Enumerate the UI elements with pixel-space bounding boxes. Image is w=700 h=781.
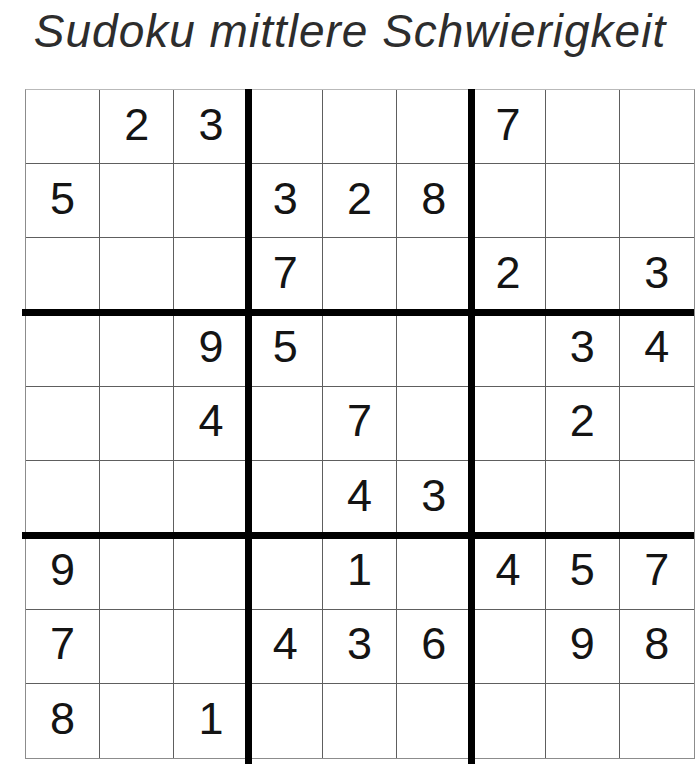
sudoku-page: Sudoku mittlere Schwierigkeit 2375328723… <box>0 0 700 781</box>
box-separator-horizontal-1 <box>22 309 694 316</box>
cell-r5c7[interactable] <box>471 387 545 461</box>
cell-r8c3[interactable] <box>174 610 248 684</box>
cell-r4c7[interactable] <box>471 313 545 387</box>
cell-r1c5[interactable] <box>323 90 397 164</box>
cell-r5c3[interactable]: 4 <box>174 387 248 461</box>
cell-r3c7[interactable]: 2 <box>471 238 545 312</box>
cell-r7c2[interactable] <box>100 535 174 609</box>
cell-r2c2[interactable] <box>100 164 174 238</box>
cell-r3c5[interactable] <box>323 238 397 312</box>
cell-r5c6[interactable] <box>397 387 471 461</box>
box-separator-vertical-1 <box>245 89 252 764</box>
cell-r2c6[interactable]: 8 <box>397 164 471 238</box>
cell-r5c1[interactable] <box>26 387 100 461</box>
cell-r6c1[interactable] <box>26 461 100 535</box>
cell-r9c3[interactable]: 1 <box>174 684 248 758</box>
cell-r1c7[interactable]: 7 <box>471 90 545 164</box>
cell-r7c5[interactable]: 1 <box>323 535 397 609</box>
cell-r7c3[interactable] <box>174 535 248 609</box>
cell-r7c4[interactable] <box>249 535 323 609</box>
cell-r9c4[interactable] <box>249 684 323 758</box>
cell-r3c6[interactable] <box>397 238 471 312</box>
cell-r8c5[interactable]: 3 <box>323 610 397 684</box>
cell-r4c4[interactable]: 5 <box>249 313 323 387</box>
cell-r6c6[interactable]: 3 <box>397 461 471 535</box>
cell-r9c2[interactable] <box>100 684 174 758</box>
cell-r1c4[interactable] <box>249 90 323 164</box>
cell-r9c5[interactable] <box>323 684 397 758</box>
cell-r3c9[interactable]: 3 <box>620 238 694 312</box>
cell-r5c5[interactable]: 7 <box>323 387 397 461</box>
cell-r6c8[interactable] <box>546 461 620 535</box>
cell-r3c1[interactable] <box>26 238 100 312</box>
cell-r8c9[interactable]: 8 <box>620 610 694 684</box>
cell-r4c5[interactable] <box>323 313 397 387</box>
cell-r5c4[interactable] <box>249 387 323 461</box>
cell-r8c7[interactable] <box>471 610 545 684</box>
cell-r2c8[interactable] <box>546 164 620 238</box>
cell-r4c9[interactable]: 4 <box>620 313 694 387</box>
cell-r9c6[interactable] <box>397 684 471 758</box>
page-title: Sudoku mittlere Schwierigkeit <box>0 4 700 58</box>
cell-r6c4[interactable] <box>249 461 323 535</box>
cell-r3c4[interactable]: 7 <box>249 238 323 312</box>
cell-r4c3[interactable]: 9 <box>174 313 248 387</box>
cell-r9c8[interactable] <box>546 684 620 758</box>
cell-r7c8[interactable]: 5 <box>546 535 620 609</box>
cell-r5c9[interactable] <box>620 387 694 461</box>
cell-r1c2[interactable]: 2 <box>100 90 174 164</box>
cell-r3c2[interactable] <box>100 238 174 312</box>
cell-r1c9[interactable] <box>620 90 694 164</box>
cell-r3c8[interactable] <box>546 238 620 312</box>
sudoku-board: 23753287239534472439145774369881 <box>25 89 695 759</box>
cell-r7c7[interactable]: 4 <box>471 535 545 609</box>
cell-r7c1[interactable]: 9 <box>26 535 100 609</box>
cell-r1c3[interactable]: 3 <box>174 90 248 164</box>
cell-r2c9[interactable] <box>620 164 694 238</box>
cell-r2c7[interactable] <box>471 164 545 238</box>
cell-r2c3[interactable] <box>174 164 248 238</box>
cell-r6c7[interactable] <box>471 461 545 535</box>
box-separator-vertical-2 <box>468 89 475 764</box>
cell-r4c6[interactable] <box>397 313 471 387</box>
cell-r9c9[interactable] <box>620 684 694 758</box>
cell-r8c2[interactable] <box>100 610 174 684</box>
cell-r4c8[interactable]: 3 <box>546 313 620 387</box>
cell-r2c1[interactable]: 5 <box>26 164 100 238</box>
cell-r2c4[interactable]: 3 <box>249 164 323 238</box>
cell-r5c2[interactable] <box>100 387 174 461</box>
cell-r8c1[interactable]: 7 <box>26 610 100 684</box>
cell-r7c6[interactable] <box>397 535 471 609</box>
cell-r6c2[interactable] <box>100 461 174 535</box>
cell-r7c9[interactable]: 7 <box>620 535 694 609</box>
cell-r8c4[interactable]: 4 <box>249 610 323 684</box>
cell-r1c1[interactable] <box>26 90 100 164</box>
cell-r8c6[interactable]: 6 <box>397 610 471 684</box>
cell-r3c3[interactable] <box>174 238 248 312</box>
cell-r4c1[interactable] <box>26 313 100 387</box>
cell-r5c8[interactable]: 2 <box>546 387 620 461</box>
cell-r6c9[interactable] <box>620 461 694 535</box>
cell-r9c1[interactable]: 8 <box>26 684 100 758</box>
cell-r8c8[interactable]: 9 <box>546 610 620 684</box>
cell-r2c5[interactable]: 2 <box>323 164 397 238</box>
cell-r1c6[interactable] <box>397 90 471 164</box>
cell-r6c3[interactable] <box>174 461 248 535</box>
cell-r6c5[interactable]: 4 <box>323 461 397 535</box>
cell-r9c7[interactable] <box>471 684 545 758</box>
cell-r1c8[interactable] <box>546 90 620 164</box>
box-separator-horizontal-2 <box>22 532 694 539</box>
cell-r4c2[interactable] <box>100 313 174 387</box>
